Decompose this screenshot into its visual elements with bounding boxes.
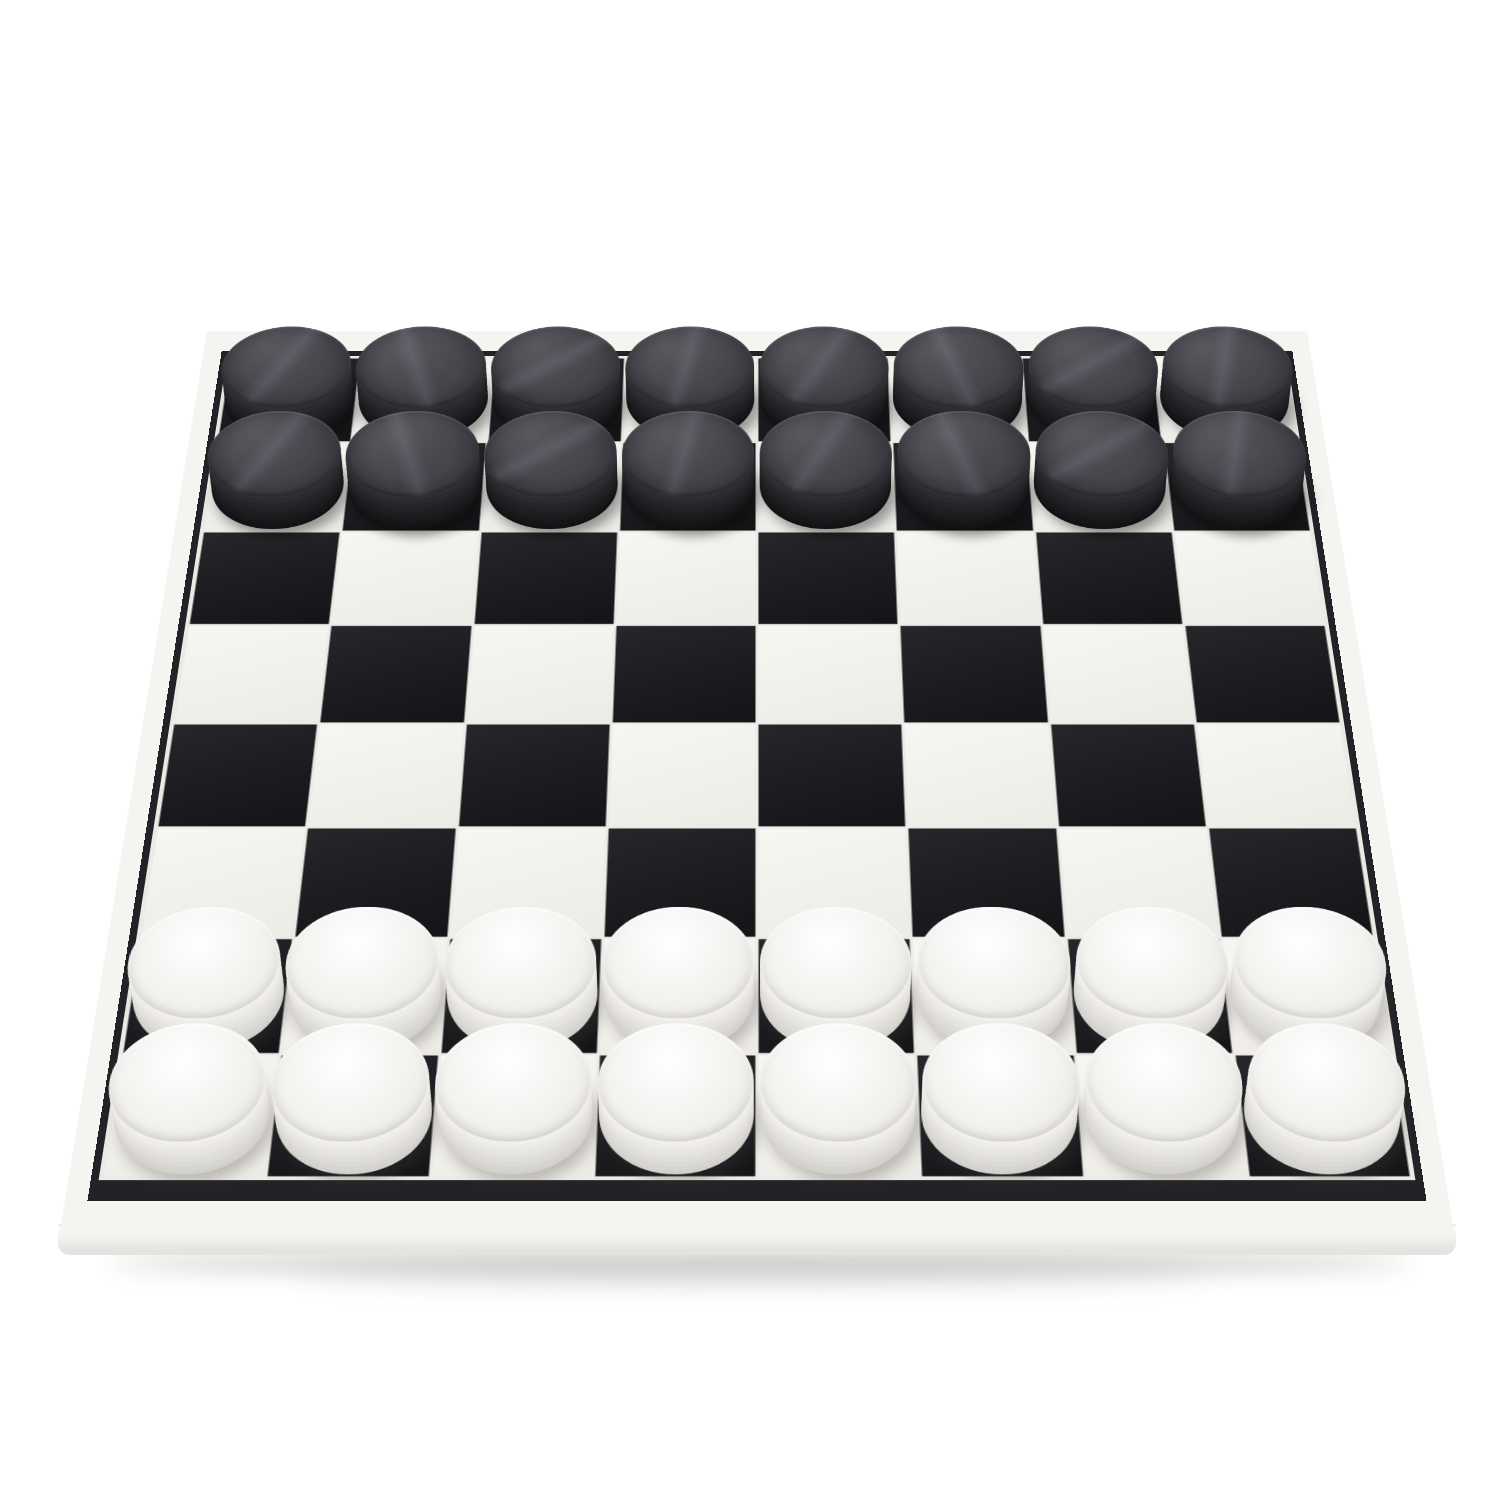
square-e6[interactable] [757,531,899,625]
square-g6[interactable] [1034,531,1183,625]
square-b6[interactable] [330,531,479,625]
white-checker-piece[interactable] [433,1057,595,1175]
black-checker-piece[interactable] [1030,444,1170,529]
square-d1[interactable] [593,1054,757,1178]
checkers-product-photo [0,0,1500,1500]
square-f4[interactable] [903,723,1057,827]
piece-top-face [624,327,755,408]
square-b7[interactable] [341,442,486,531]
white-checker-piece[interactable] [1078,1057,1244,1175]
square-c7[interactable] [480,442,622,531]
black-checker-piece[interactable] [621,444,754,529]
square-g1[interactable] [1075,1054,1248,1178]
square-a5[interactable] [173,625,331,724]
board-drop-shadow-soft [300,1262,1200,1284]
white-checker-piece[interactable] [1237,1057,1408,1175]
black-checker-piece[interactable] [1165,444,1308,529]
black-checker-piece[interactable] [760,444,893,529]
square-g4[interactable] [1049,723,1207,827]
black-checker-piece[interactable] [344,444,484,529]
marble-checkers-board [60,331,1455,1233]
square-a1[interactable] [102,1054,280,1178]
piece-top-face [620,411,754,496]
square-f7[interactable] [892,442,1034,531]
square-e4[interactable] [757,723,907,827]
black-checker-piece[interactable] [483,444,619,529]
white-checker-piece[interactable] [919,1057,1081,1175]
square-d5[interactable] [611,625,757,724]
piece-top-face [595,1023,753,1142]
square-e1[interactable] [757,1054,921,1178]
square-e7[interactable] [757,442,896,531]
square-f5[interactable] [899,625,1049,724]
square-d7[interactable] [618,442,757,531]
piece-top-face [600,906,754,1018]
square-f1[interactable] [916,1054,1084,1178]
square-d4[interactable] [607,723,757,827]
square-h5[interactable] [1184,625,1342,724]
white-checker-piece[interactable] [760,1057,917,1175]
square-a6[interactable] [188,531,341,625]
black-checker-piece[interactable] [895,444,1031,529]
white-checker-piece[interactable] [270,1057,436,1175]
square-h7[interactable] [1162,442,1311,531]
square-b4[interactable] [307,723,465,827]
white-checker-piece[interactable] [597,1057,754,1175]
white-checker-piece[interactable] [106,1057,277,1175]
square-c4[interactable] [457,723,611,827]
square-d6[interactable] [615,531,757,625]
square-h1[interactable] [1234,1054,1412,1178]
square-b1[interactable] [266,1054,439,1178]
square-a7[interactable] [203,442,352,531]
square-h4[interactable] [1195,723,1357,827]
square-f6[interactable] [896,531,1042,625]
square-b5[interactable] [319,625,473,724]
square-h6[interactable] [1173,531,1326,625]
square-c6[interactable] [473,531,619,625]
square-e5[interactable] [757,625,903,724]
square-c1[interactable] [430,1054,598,1178]
black-checker-piece[interactable] [206,444,349,529]
square-g5[interactable] [1041,625,1195,724]
board-grid [87,351,1426,1201]
square-a4[interactable] [157,723,319,827]
square-c5[interactable] [465,625,615,724]
square-g7[interactable] [1027,442,1172,531]
